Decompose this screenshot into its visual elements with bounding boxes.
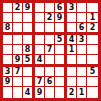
cell-r5c5-given: 7: [45, 45, 55, 55]
cell-r3c8-given: 6: [77, 23, 87, 35]
cell-r5c3-given: 8: [23, 45, 35, 55]
cell-r5c6-empty[interactable]: [55, 45, 67, 55]
cell-r8c1-given: 9: [3, 77, 13, 87]
sudoku-board: 29632918625438719543759764921: [0, 0, 101, 101]
cell-r2c8-empty[interactable]: [77, 13, 87, 23]
cell-r3c4-empty[interactable]: [35, 23, 45, 35]
cell-r2c5-given: 2: [45, 13, 55, 23]
cell-r6c7-empty[interactable]: [67, 55, 77, 67]
cell-r3c5-empty[interactable]: [45, 23, 55, 35]
cell-r7c1-given: 3: [3, 67, 13, 77]
cell-r7c5-empty[interactable]: [45, 67, 55, 77]
cell-r8c6-empty[interactable]: [55, 77, 67, 87]
cell-r1c5-empty[interactable]: [45, 3, 55, 13]
cell-r3c1-given: 8: [3, 23, 13, 35]
cell-r8c5-given: 6: [45, 77, 55, 87]
cell-r1c6-given: 6: [55, 3, 67, 13]
cell-r7c8-empty[interactable]: [77, 67, 87, 77]
cell-r1c9-empty[interactable]: [87, 3, 98, 13]
cell-r9c2-empty[interactable]: [13, 87, 23, 98]
cell-r9c6-empty[interactable]: [55, 87, 67, 98]
cell-r1c3-given: 9: [23, 3, 35, 13]
cell-r4c4-empty[interactable]: [35, 35, 45, 45]
cell-r1c2-given: 2: [13, 3, 23, 13]
cell-r3c9-given: 2: [87, 23, 98, 35]
cell-r2c2-empty[interactable]: [13, 13, 23, 23]
cell-r7c9-given: 5: [87, 67, 98, 77]
cell-r4c8-given: 3: [77, 35, 87, 45]
cell-r9c7-given: 2: [67, 87, 77, 98]
cell-r1c7-given: 3: [67, 3, 77, 13]
cell-r9c1-empty[interactable]: [3, 87, 13, 98]
cell-r9c5-empty[interactable]: [45, 87, 55, 98]
cell-r5c4-empty[interactable]: [35, 45, 45, 55]
cell-r2c1-empty[interactable]: [3, 13, 13, 23]
cell-r6c5-empty[interactable]: [45, 55, 55, 67]
cell-r2c6-given: 9: [55, 13, 67, 23]
cell-r4c6-given: 5: [55, 35, 67, 45]
cell-r6c1-empty[interactable]: [3, 55, 13, 67]
cell-r6c4-given: 4: [35, 55, 45, 67]
cell-r3c2-empty[interactable]: [13, 23, 23, 35]
cell-r5c2-empty[interactable]: [13, 45, 23, 55]
cell-r4c1-empty[interactable]: [3, 35, 13, 45]
cell-r9c3-given: 4: [23, 87, 35, 98]
cell-r7c2-given: 7: [13, 67, 23, 77]
cell-r8c9-empty[interactable]: [87, 77, 98, 87]
cell-r2c3-empty[interactable]: [23, 13, 35, 23]
cell-r5c1-empty[interactable]: [3, 45, 13, 55]
cell-r8c3-empty[interactable]: [23, 77, 35, 87]
cell-r4c7-given: 4: [67, 35, 77, 45]
cell-r4c5-empty[interactable]: [45, 35, 55, 45]
cell-r2c9-given: 1: [87, 13, 98, 23]
cell-r8c2-empty[interactable]: [13, 77, 23, 87]
cell-r5c9-empty[interactable]: [87, 45, 98, 55]
cell-r7c6-empty[interactable]: [55, 67, 67, 77]
cell-r6c8-empty[interactable]: [77, 55, 87, 67]
cell-r8c8-empty[interactable]: [77, 77, 87, 87]
cell-r1c8-empty[interactable]: [77, 3, 87, 13]
cell-r5c8-empty[interactable]: [77, 45, 87, 55]
cell-r4c9-empty[interactable]: [87, 35, 98, 45]
cell-r7c7-empty[interactable]: [67, 67, 77, 77]
cell-r5c7-given: 1: [67, 45, 77, 55]
cell-r7c3-empty[interactable]: [23, 67, 35, 77]
cell-r4c2-empty[interactable]: [13, 35, 23, 45]
cell-r4c3-empty[interactable]: [23, 35, 35, 45]
cell-r8c7-empty[interactable]: [67, 77, 77, 87]
cell-r1c4-empty[interactable]: [35, 3, 45, 13]
cell-r2c7-empty[interactable]: [67, 13, 77, 23]
cell-r2c4-empty[interactable]: [35, 13, 45, 23]
cell-r9c9-empty[interactable]: [87, 87, 98, 98]
cell-r1c1-empty[interactable]: [3, 3, 13, 13]
cell-r6c9-empty[interactable]: [87, 55, 98, 67]
cell-r9c8-given: 1: [77, 87, 87, 98]
cell-r3c6-empty[interactable]: [55, 23, 67, 35]
cell-r3c7-empty[interactable]: [67, 23, 77, 35]
cell-r8c4-given: 7: [35, 77, 45, 87]
cell-r9c4-given: 9: [35, 87, 45, 98]
cell-r6c3-given: 5: [23, 55, 35, 67]
cell-r6c6-empty[interactable]: [55, 55, 67, 67]
cell-r7c4-empty[interactable]: [35, 67, 45, 77]
cell-r6c2-given: 9: [13, 55, 23, 67]
cell-r3c3-empty[interactable]: [23, 23, 35, 35]
